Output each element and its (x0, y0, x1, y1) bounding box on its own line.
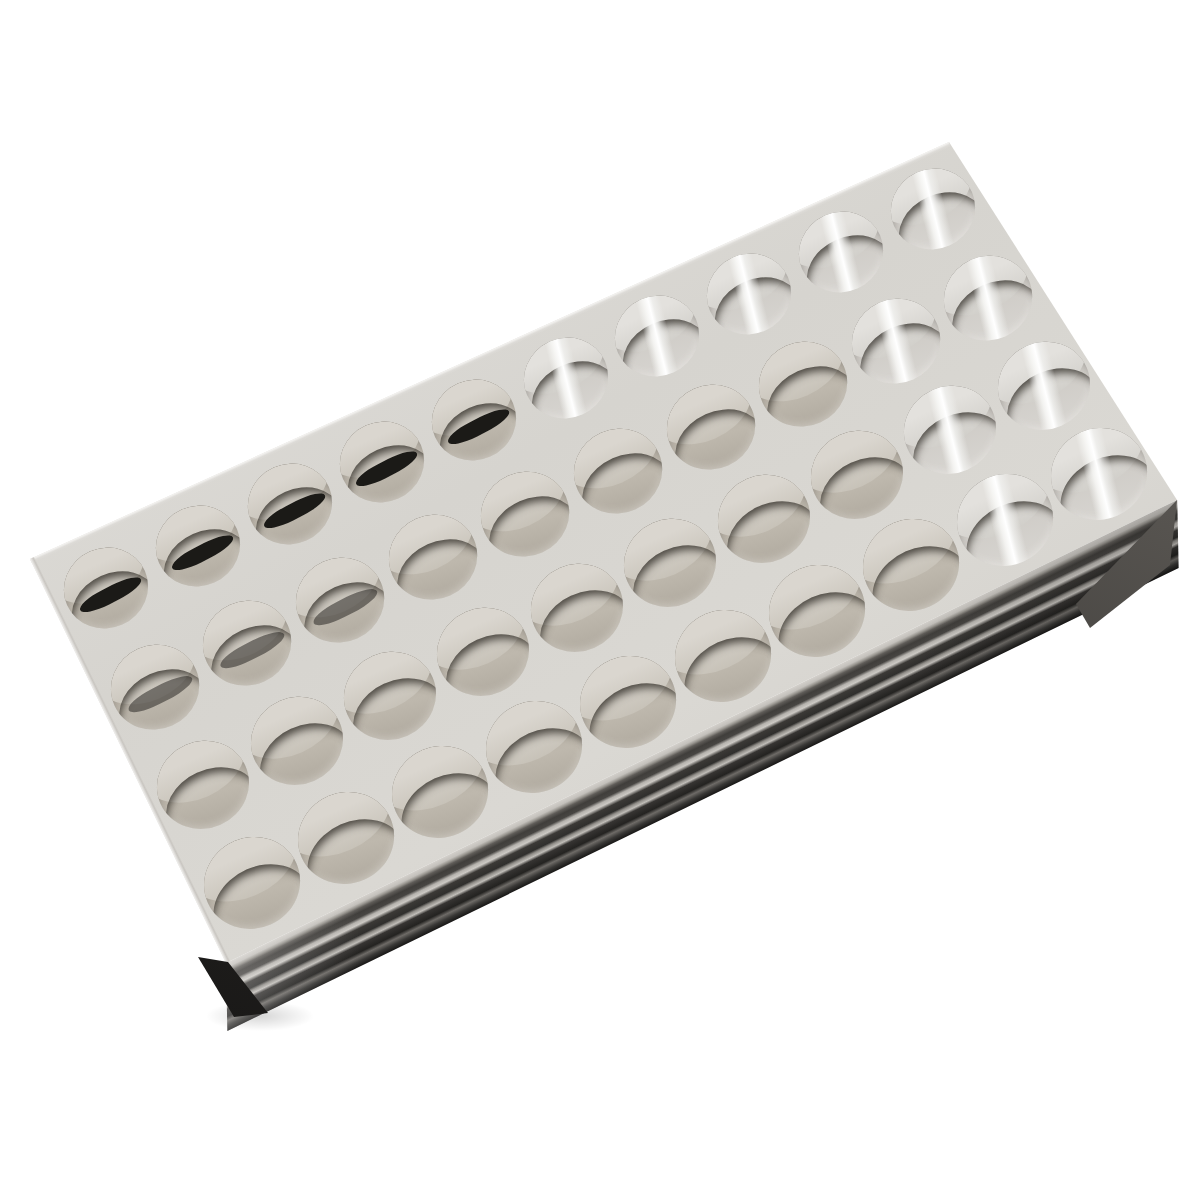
plate-gap-shadow (353, 446, 421, 491)
plate-gap-shadow (169, 530, 237, 575)
plate-gap-shadow (261, 488, 329, 533)
plate-gap-shadow (309, 583, 380, 630)
plate-gap-shadow (217, 627, 288, 674)
plate-gap-shadow (445, 404, 513, 449)
product-photo (0, 0, 1200, 1200)
plate-gap-shadow (77, 572, 145, 617)
plate-gap-shadow (124, 670, 195, 717)
